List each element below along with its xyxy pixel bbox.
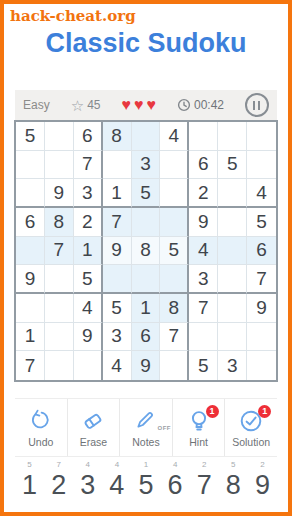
cell-r8c4[interactable]: 3 xyxy=(103,323,132,352)
cell-r7c7[interactable]: 7 xyxy=(189,294,218,323)
cell-r2c2[interactable] xyxy=(45,151,74,180)
cell-r4c7[interactable]: 9 xyxy=(189,208,218,237)
cell-r8c5[interactable]: 6 xyxy=(132,323,161,352)
numpad-digit: 4 xyxy=(102,470,131,500)
cell-r1c1[interactable]: 5 xyxy=(16,122,45,151)
cell-r5c1[interactable] xyxy=(16,237,45,266)
cell-r4c2[interactable]: 8 xyxy=(45,208,74,237)
page-title: Classic Sudoku xyxy=(4,28,288,59)
cell-r3c4[interactable]: 1 xyxy=(103,179,132,208)
cell-r9c2[interactable] xyxy=(45,351,74,380)
cell-r3c7[interactable]: 2 xyxy=(189,179,218,208)
cell-r9c7[interactable]: 5 xyxy=(189,351,218,380)
numpad-digit: 5 xyxy=(131,470,160,500)
cell-r2c6[interactable] xyxy=(160,151,189,180)
cell-r3c6[interactable] xyxy=(160,179,189,208)
numpad-digit: 3 xyxy=(73,470,102,500)
pause-button[interactable] xyxy=(245,93,269,117)
remaining-count: 4 xyxy=(161,460,190,470)
cell-r6c7[interactable]: 3 xyxy=(189,265,218,294)
heart-icon: ♥ xyxy=(146,97,156,113)
cell-r9c6[interactable] xyxy=(160,351,189,380)
numpad-key-7[interactable]: 27 xyxy=(190,460,219,508)
cell-r7c4[interactable]: 5 xyxy=(103,294,132,323)
cell-r4c3[interactable]: 2 xyxy=(74,208,103,237)
toolbar-erase-button[interactable]: Erase xyxy=(67,399,120,456)
cell-r9c5[interactable]: 9 xyxy=(132,351,161,380)
pause-icon xyxy=(253,101,255,110)
cell-r6c2[interactable] xyxy=(45,265,74,294)
cell-r2c4[interactable] xyxy=(103,151,132,180)
toolbar-hint-button[interactable]: 1Hint xyxy=(172,399,225,456)
toolbar-item-label: Solution xyxy=(232,436,270,448)
star-count: 45 xyxy=(87,98,100,112)
cell-r5c5[interactable]: 8 xyxy=(132,237,161,266)
numpad-digit: 9 xyxy=(248,470,277,500)
cell-r9c3[interactable] xyxy=(74,351,103,380)
numpad-key-6[interactable]: 46 xyxy=(161,460,190,508)
cell-r3c5[interactable]: 5 xyxy=(132,179,161,208)
cell-r1c4[interactable]: 8 xyxy=(103,122,132,151)
cell-r7c5[interactable]: 1 xyxy=(132,294,161,323)
cell-r2c1[interactable] xyxy=(16,151,45,180)
numpad-key-9[interactable]: 29 xyxy=(248,460,277,508)
cell-r6c1[interactable]: 9 xyxy=(16,265,45,294)
cell-r4c6[interactable] xyxy=(160,208,189,237)
cell-r7c2[interactable] xyxy=(45,294,74,323)
notification-badge: 1 xyxy=(258,405,271,418)
cell-r1c3[interactable]: 6 xyxy=(74,122,103,151)
sudoku-app-screen: hack-cheat.org Classic Sudoku Easy ☆ 45 … xyxy=(0,0,292,516)
cell-r2c7[interactable]: 6 xyxy=(189,151,218,180)
cell-r5c4[interactable]: 9 xyxy=(103,237,132,266)
cell-r9c9[interactable] xyxy=(247,351,276,380)
timer-value: 00:42 xyxy=(194,98,224,112)
eraser-icon xyxy=(80,408,106,434)
remaining-count: 2 xyxy=(190,460,219,470)
numpad-digit: 1 xyxy=(15,470,44,500)
cell-r8c1[interactable]: 1 xyxy=(16,323,45,352)
numpad-digit: 2 xyxy=(44,470,73,500)
cell-r8c9[interactable] xyxy=(247,323,276,352)
notification-badge: 1 xyxy=(206,405,219,418)
cell-r6c9[interactable]: 7 xyxy=(247,265,276,294)
lives-group: ♥♥♥ xyxy=(121,97,156,113)
cell-r5c7[interactable]: 4 xyxy=(189,237,218,266)
cell-r2c3[interactable]: 7 xyxy=(74,151,103,180)
toolbar-item-label: Undo xyxy=(28,436,53,448)
cell-r1c7[interactable] xyxy=(189,122,218,151)
cell-r5c9[interactable]: 6 xyxy=(247,237,276,266)
heart-icon: ♥ xyxy=(121,97,131,113)
cell-r6c6[interactable] xyxy=(160,265,189,294)
cell-r7c9[interactable]: 9 xyxy=(247,294,276,323)
cell-r3c9[interactable]: 4 xyxy=(247,179,276,208)
cell-r4c8[interactable] xyxy=(218,208,247,237)
cell-r1c9[interactable] xyxy=(247,122,276,151)
cell-r4c4[interactable]: 7 xyxy=(103,208,132,237)
toolbar-solution-button[interactable]: 1Solution xyxy=(224,399,277,456)
remaining-count: 2 xyxy=(248,460,277,470)
toolbar: UndoEraseOFFNotes1Hint1Solution xyxy=(15,398,277,456)
cell-r4c9[interactable]: 5 xyxy=(247,208,276,237)
numpad-digit: 7 xyxy=(190,470,219,500)
numpad-key-4[interactable]: 44 xyxy=(102,460,131,508)
cell-r6c3[interactable]: 5 xyxy=(74,265,103,294)
cell-r3c3[interactable]: 3 xyxy=(74,179,103,208)
numpad-key-3[interactable]: 43 xyxy=(73,460,102,508)
cell-r9c4[interactable]: 4 xyxy=(103,351,132,380)
undo-icon xyxy=(28,408,54,434)
cell-r6c8[interactable] xyxy=(218,265,247,294)
remaining-count: 5 xyxy=(15,460,44,470)
check-circle-icon: 1 xyxy=(238,408,264,434)
toolbar-notes-button[interactable]: OFFNotes xyxy=(119,399,172,456)
cell-r7c1[interactable] xyxy=(16,294,45,323)
cell-r3c1[interactable] xyxy=(16,179,45,208)
notes-toggle-state: OFF xyxy=(157,425,171,431)
cell-r5c8[interactable] xyxy=(218,237,247,266)
cell-r5c3[interactable]: 1 xyxy=(74,237,103,266)
cell-r7c3[interactable]: 4 xyxy=(74,294,103,323)
heart-icon: ♥ xyxy=(134,97,144,113)
toolbar-item-label: Erase xyxy=(80,436,107,448)
cell-r9c8[interactable]: 3 xyxy=(218,351,247,380)
cell-r1c5[interactable] xyxy=(132,122,161,151)
sudoku-board: 5684736593152468279571985469537451879193… xyxy=(14,120,278,382)
cell-r5c6[interactable]: 5 xyxy=(160,237,189,266)
cell-r5c2[interactable]: 7 xyxy=(45,237,74,266)
numpad-digit: 8 xyxy=(219,470,248,500)
cell-r7c8[interactable] xyxy=(218,294,247,323)
remaining-count: 4 xyxy=(73,460,102,470)
cell-r6c4[interactable] xyxy=(103,265,132,294)
cell-r8c6[interactable]: 7 xyxy=(160,323,189,352)
cell-r7c6[interactable]: 8 xyxy=(160,294,189,323)
number-pad: 517243441546275829 xyxy=(15,456,277,508)
cell-r8c3[interactable]: 9 xyxy=(74,323,103,352)
toolbar-item-label: Hint xyxy=(189,436,208,448)
difficulty-label: Easy xyxy=(23,98,50,112)
star-icon: ☆ xyxy=(71,98,84,113)
pause-icon xyxy=(258,101,260,110)
cell-r6c5[interactable] xyxy=(132,265,161,294)
cell-r8c7[interactable] xyxy=(189,323,218,352)
remaining-count: 4 xyxy=(102,460,131,470)
cell-r8c2[interactable] xyxy=(45,323,74,352)
cell-r1c8[interactable] xyxy=(218,122,247,151)
clock-icon xyxy=(177,98,191,112)
cell-r3c2[interactable]: 9 xyxy=(45,179,74,208)
numpad-key-2[interactable]: 72 xyxy=(44,460,73,508)
bulb-icon: 1 xyxy=(186,408,212,434)
numpad-key-5[interactable]: 15 xyxy=(131,460,160,508)
cell-r1c6[interactable]: 4 xyxy=(160,122,189,151)
cell-r9c1[interactable]: 7 xyxy=(16,351,45,380)
cell-r4c5[interactable] xyxy=(132,208,161,237)
numpad-digit: 6 xyxy=(161,470,190,500)
cell-r8c8[interactable] xyxy=(218,323,247,352)
cell-r3c8[interactable] xyxy=(218,179,247,208)
site-banner: hack-cheat.org xyxy=(10,7,136,25)
timer-group: 00:42 xyxy=(177,98,224,112)
remaining-count: 7 xyxy=(44,460,73,470)
remaining-count: 5 xyxy=(219,460,248,470)
cell-r2c8[interactable]: 5 xyxy=(218,151,247,180)
score-group: ☆ 45 xyxy=(71,98,101,113)
status-bar: Easy ☆ 45 ♥♥♥ 00:42 xyxy=(15,90,277,120)
cell-r1c2[interactable] xyxy=(45,122,74,151)
toolbar-undo-button[interactable]: Undo xyxy=(15,399,67,456)
cell-r4c1[interactable]: 6 xyxy=(16,208,45,237)
remaining-count: 1 xyxy=(131,460,160,470)
numpad-key-1[interactable]: 51 xyxy=(15,460,44,508)
cell-r2c9[interactable] xyxy=(247,151,276,180)
toolbar-item-label: Notes xyxy=(132,436,159,448)
pencil-icon: OFF xyxy=(133,408,159,434)
cell-r2c5[interactable]: 3 xyxy=(132,151,161,180)
numpad-key-8[interactable]: 58 xyxy=(219,460,248,508)
